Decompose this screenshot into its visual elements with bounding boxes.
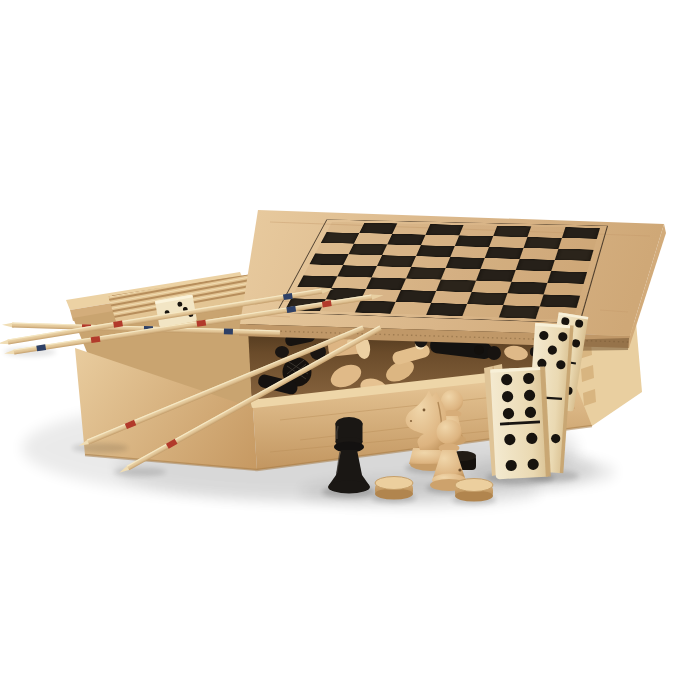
product-photo-scene <box>0 0 700 700</box>
mikado-sticks <box>0 286 384 475</box>
red-band <box>125 420 136 429</box>
blue-band <box>283 293 293 300</box>
blue-band <box>224 328 233 334</box>
foreground-pieces <box>328 390 493 502</box>
red-band <box>196 320 206 327</box>
scene-over-layer <box>0 0 700 700</box>
black-rook <box>328 417 370 494</box>
wood-checker-disc <box>455 479 493 502</box>
wood-checker-disc <box>375 477 413 500</box>
domino-6-4 <box>490 367 551 480</box>
mikado-stick <box>0 286 334 346</box>
blue-band <box>286 306 296 313</box>
red-band <box>322 300 332 307</box>
mikado-stick <box>78 325 365 448</box>
red-band <box>91 336 101 343</box>
dominoes <box>484 312 588 479</box>
